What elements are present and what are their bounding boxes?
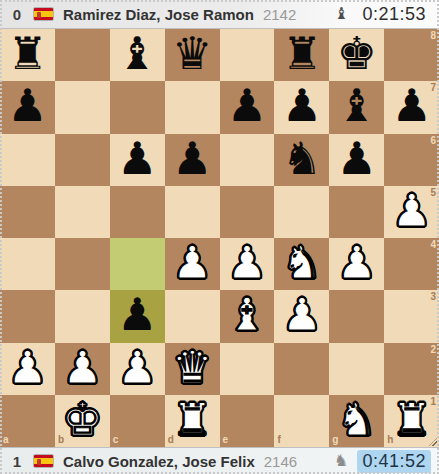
square-g7[interactable]: ♝ (329, 81, 384, 133)
square-a8[interactable]: ♜ (0, 29, 55, 81)
file-label-a: a (3, 435, 9, 445)
square-e5[interactable] (220, 186, 275, 238)
rank-label-7: 7 (430, 83, 436, 93)
square-d8[interactable]: ♛ (165, 29, 220, 81)
square-b3[interactable] (55, 290, 110, 342)
square-e7[interactable]: ♟ (220, 81, 275, 133)
square-a7[interactable]: ♟ (0, 81, 55, 133)
square-e4[interactable]: ♟ (220, 238, 275, 290)
rank-label-3: 3 (430, 292, 436, 302)
square-g3[interactable] (329, 290, 384, 342)
square-e2[interactable] (220, 343, 275, 395)
square-f8[interactable]: ♜ (274, 29, 329, 81)
file-label-c: c (113, 435, 119, 445)
bottom-player-name: Calvo Gonzalez, Jose Felix (63, 453, 255, 470)
top-player-rating: 2142 (263, 6, 296, 23)
black-pawn[interactable]: ♟ (117, 136, 157, 181)
file-label-b: b (58, 435, 64, 445)
square-g6[interactable]: ♟ (329, 134, 384, 186)
white-pawn[interactable]: ♟ (117, 345, 157, 390)
square-h1[interactable]: ♜h1 (384, 395, 439, 447)
file-label-g: g (332, 435, 338, 445)
square-a1[interactable]: a (0, 395, 55, 447)
square-a6[interactable] (0, 134, 55, 186)
square-g2[interactable] (329, 343, 384, 395)
file-label-d: d (168, 435, 174, 445)
chess-board: ♜♝♛♜♚8♟♟♟♝♟7♟♟♞♟6♟5♟♟♞♟4♟♝♟3♟♟♟♛2a♚bc♜de… (0, 29, 439, 447)
black-pawn[interactable]: ♟ (227, 83, 267, 128)
bottom-player-rating: 2146 (264, 453, 297, 470)
rank-label-8: 8 (430, 31, 436, 41)
square-g1[interactable]: ♞g (329, 395, 384, 447)
bottom-player-clock: 0:41:52 (357, 450, 431, 473)
chess-app-window: 0 Ramirez Diaz, Jose Ramon 2142 ♝ 0:21:5… (0, 0, 439, 474)
black-rook[interactable]: ♜ (282, 31, 322, 76)
square-e6[interactable] (220, 134, 275, 186)
black-queen[interactable]: ♛ (172, 31, 212, 76)
black-pawn[interactable]: ♟ (117, 292, 157, 337)
white-queen[interactable]: ♛ (172, 345, 212, 390)
square-c6[interactable]: ♟ (110, 134, 165, 186)
square-f4[interactable]: ♞ (274, 238, 329, 290)
square-f1[interactable]: f (274, 395, 329, 447)
black-pawn[interactable]: ♟ (337, 136, 377, 181)
square-b5[interactable] (55, 186, 110, 238)
rank-label-6: 6 (430, 136, 436, 146)
rank-label-1: 1 (430, 397, 436, 407)
square-e1[interactable]: e (220, 395, 275, 447)
square-b2[interactable]: ♟ (55, 343, 110, 395)
bottom-player-bar: 1 Calvo Gonzalez, Jose Felix 2146 ♞ 0:41… (0, 447, 439, 474)
white-pawn[interactable]: ♟ (7, 345, 47, 390)
black-pawn[interactable]: ♟ (172, 136, 212, 181)
knight-icon: ♞ (334, 453, 348, 469)
square-d6[interactable]: ♟ (165, 134, 220, 186)
square-f6[interactable]: ♞ (274, 134, 329, 186)
square-b6[interactable] (55, 134, 110, 186)
white-rook[interactable]: ♜ (391, 397, 431, 442)
square-d5[interactable] (165, 186, 220, 238)
square-a4[interactable] (0, 238, 55, 290)
square-c2[interactable]: ♟ (110, 343, 165, 395)
square-h5[interactable]: ♟5 (384, 186, 439, 238)
top-player-bar: 0 Ramirez Diaz, Jose Ramon 2142 ♝ 0:21:5… (0, 0, 439, 29)
file-label-e: e (223, 435, 229, 445)
file-label-f: f (277, 435, 280, 445)
white-pawn[interactable]: ♟ (282, 292, 322, 337)
top-player-name: Ramirez Diaz, Jose Ramon (63, 6, 254, 23)
white-rook[interactable]: ♜ (172, 397, 212, 442)
white-pawn[interactable]: ♟ (391, 188, 431, 233)
square-h6[interactable]: 6 (384, 134, 439, 186)
square-e8[interactable] (220, 29, 275, 81)
black-pawn[interactable]: ♟ (7, 83, 47, 128)
square-h2[interactable]: 2 (384, 343, 439, 395)
spain-flag-icon (33, 454, 54, 468)
white-bishop[interactable]: ♝ (227, 292, 267, 337)
rank-label-2: 2 (430, 345, 436, 355)
square-d2[interactable]: ♛ (165, 343, 220, 395)
square-g5[interactable] (329, 186, 384, 238)
black-pawn[interactable]: ♟ (391, 83, 431, 128)
white-king[interactable]: ♚ (62, 397, 102, 442)
square-d7[interactable] (165, 81, 220, 133)
spain-flag-icon (33, 7, 54, 21)
black-bishop[interactable]: ♝ (117, 31, 157, 76)
square-f3[interactable]: ♟ (274, 290, 329, 342)
square-c3[interactable]: ♟ (110, 290, 165, 342)
rank-label-5: 5 (430, 188, 436, 198)
square-c8[interactable]: ♝ (110, 29, 165, 81)
white-pawn[interactable]: ♟ (62, 345, 102, 390)
square-c4[interactable] (110, 238, 165, 290)
white-pawn[interactable]: ♟ (172, 240, 212, 285)
square-d3[interactable] (165, 290, 220, 342)
white-knight[interactable]: ♞ (282, 240, 322, 285)
square-f7[interactable]: ♟ (274, 81, 329, 133)
square-b7[interactable] (55, 81, 110, 133)
square-c5[interactable] (110, 186, 165, 238)
black-king[interactable]: ♚ (337, 31, 377, 76)
square-c1[interactable]: c (110, 395, 165, 447)
square-f5[interactable] (274, 186, 329, 238)
black-pawn[interactable]: ♟ (282, 83, 322, 128)
square-a3[interactable] (0, 290, 55, 342)
square-b8[interactable] (55, 29, 110, 81)
square-h7[interactable]: ♟7 (384, 81, 439, 133)
white-pawn[interactable]: ♟ (337, 240, 377, 285)
white-pawn[interactable]: ♟ (227, 240, 267, 285)
square-f2[interactable] (274, 343, 329, 395)
square-d4[interactable]: ♟ (165, 238, 220, 290)
square-d1[interactable]: ♜d (165, 395, 220, 447)
black-rook[interactable]: ♜ (7, 31, 47, 76)
black-bishop[interactable]: ♝ (337, 83, 377, 128)
white-knight[interactable]: ♞ (337, 397, 377, 442)
rank-label-4: 4 (430, 240, 436, 250)
top-player-score: 0 (10, 6, 24, 23)
square-a5[interactable] (0, 186, 55, 238)
square-h4[interactable]: 4 (384, 238, 439, 290)
square-h8[interactable]: 8 (384, 29, 439, 81)
file-label-h: h (387, 435, 393, 445)
square-a2[interactable]: ♟ (0, 343, 55, 395)
square-b1[interactable]: ♚b (55, 395, 110, 447)
top-player-clock: 0:21:53 (357, 3, 431, 26)
bishop-icon: ♝ (334, 6, 348, 22)
square-g4[interactable]: ♟ (329, 238, 384, 290)
square-b4[interactable] (55, 238, 110, 290)
black-knight[interactable]: ♞ (282, 136, 322, 181)
square-h3[interactable]: 3 (384, 290, 439, 342)
bottom-player-score: 1 (10, 453, 24, 470)
square-e3[interactable]: ♝ (220, 290, 275, 342)
square-c7[interactable] (110, 81, 165, 133)
square-g8[interactable]: ♚ (329, 29, 384, 81)
